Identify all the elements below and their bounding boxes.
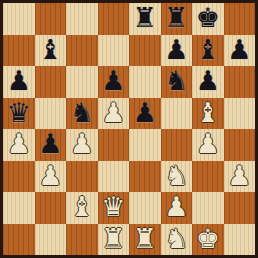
piece-white-bishop-c2[interactable]: ♝: [70, 193, 94, 220]
square-e7[interactable]: [129, 35, 161, 67]
square-c8[interactable]: [66, 3, 98, 35]
piece-white-knight-f3[interactable]: ♞: [164, 162, 188, 189]
square-c4[interactable]: ♟: [66, 129, 98, 161]
square-e5[interactable]: ♟: [129, 98, 161, 130]
square-b3[interactable]: ♟: [35, 161, 67, 193]
piece-black-queen-a5[interactable]: ♛: [7, 99, 31, 126]
square-f5[interactable]: [161, 98, 193, 130]
square-c2[interactable]: ♝: [66, 192, 98, 224]
piece-white-knight-f1[interactable]: ♞: [164, 225, 188, 252]
piece-black-pawn-b4[interactable]: ♟: [38, 130, 62, 157]
square-h4[interactable]: [224, 129, 256, 161]
chess-board: ♜♜♚♝♟♝♟♟♟♞♟♛♞♟♟♝♟♟♟♟♟♞♟♝♛♟♜♜♞♚: [0, 0, 258, 258]
square-g2[interactable]: [192, 192, 224, 224]
piece-black-pawn-d6[interactable]: ♟: [101, 67, 125, 94]
square-c6[interactable]: [66, 66, 98, 98]
square-a2[interactable]: [3, 192, 35, 224]
piece-black-knight-c5[interactable]: ♞: [70, 99, 94, 126]
piece-white-rook-d1[interactable]: ♜: [101, 225, 125, 252]
square-d3[interactable]: [98, 161, 130, 193]
square-e4[interactable]: [129, 129, 161, 161]
piece-black-bishop-b7[interactable]: ♝: [38, 36, 62, 63]
square-f4[interactable]: [161, 129, 193, 161]
square-g1[interactable]: ♚: [192, 224, 224, 256]
piece-white-king-g1[interactable]: ♚: [196, 225, 220, 252]
square-h3[interactable]: ♟: [224, 161, 256, 193]
square-b4[interactable]: ♟: [35, 129, 67, 161]
square-e3[interactable]: [129, 161, 161, 193]
piece-white-pawn-b3[interactable]: ♟: [38, 162, 62, 189]
square-e8[interactable]: ♜: [129, 3, 161, 35]
square-g5[interactable]: ♝: [192, 98, 224, 130]
square-f2[interactable]: ♟: [161, 192, 193, 224]
square-b7[interactable]: ♝: [35, 35, 67, 67]
square-f1[interactable]: ♞: [161, 224, 193, 256]
square-h1[interactable]: [224, 224, 256, 256]
piece-white-pawn-f2[interactable]: ♟: [164, 193, 188, 220]
square-a7[interactable]: [3, 35, 35, 67]
piece-white-pawn-d5[interactable]: ♟: [101, 99, 125, 126]
square-g4[interactable]: ♟: [192, 129, 224, 161]
piece-black-pawn-h7[interactable]: ♟: [227, 36, 251, 63]
piece-white-pawn-c4[interactable]: ♟: [70, 130, 94, 157]
piece-white-rook-e1[interactable]: ♜: [133, 225, 157, 252]
square-d2[interactable]: ♛: [98, 192, 130, 224]
square-g8[interactable]: ♚: [192, 3, 224, 35]
piece-black-pawn-a6[interactable]: ♟: [7, 67, 31, 94]
square-d4[interactable]: [98, 129, 130, 161]
square-a4[interactable]: ♟: [3, 129, 35, 161]
square-e6[interactable]: [129, 66, 161, 98]
piece-white-queen-d2[interactable]: ♛: [101, 193, 125, 220]
square-h5[interactable]: [224, 98, 256, 130]
piece-black-pawn-f7[interactable]: ♟: [164, 36, 188, 63]
square-e1[interactable]: ♜: [129, 224, 161, 256]
square-b6[interactable]: [35, 66, 67, 98]
square-f6[interactable]: ♞: [161, 66, 193, 98]
square-c5[interactable]: ♞: [66, 98, 98, 130]
piece-black-king-g8[interactable]: ♚: [196, 4, 220, 31]
square-f8[interactable]: ♜: [161, 3, 193, 35]
square-f3[interactable]: ♞: [161, 161, 193, 193]
square-a1[interactable]: [3, 224, 35, 256]
piece-black-knight-f6[interactable]: ♞: [164, 67, 188, 94]
piece-black-bishop-g7[interactable]: ♝: [196, 36, 220, 63]
square-h2[interactable]: [224, 192, 256, 224]
square-h7[interactable]: ♟: [224, 35, 256, 67]
square-h6[interactable]: [224, 66, 256, 98]
square-a8[interactable]: [3, 3, 35, 35]
square-b5[interactable]: [35, 98, 67, 130]
square-d8[interactable]: [98, 3, 130, 35]
piece-white-pawn-g4[interactable]: ♟: [196, 130, 220, 157]
piece-white-pawn-a4[interactable]: ♟: [7, 130, 31, 157]
square-c7[interactable]: [66, 35, 98, 67]
square-b2[interactable]: [35, 192, 67, 224]
square-b1[interactable]: [35, 224, 67, 256]
square-d1[interactable]: ♜: [98, 224, 130, 256]
piece-black-rook-e8[interactable]: ♜: [133, 4, 157, 31]
square-e2[interactable]: [129, 192, 161, 224]
page: ♜♜♚♝♟♝♟♟♟♞♟♛♞♟♟♝♟♟♟♟♟♞♟♝♛♟♜♜♞♚: [0, 0, 258, 258]
square-a6[interactable]: ♟: [3, 66, 35, 98]
piece-black-rook-f8[interactable]: ♜: [164, 4, 188, 31]
square-g3[interactable]: [192, 161, 224, 193]
square-c1[interactable]: [66, 224, 98, 256]
square-g7[interactable]: ♝: [192, 35, 224, 67]
square-f7[interactable]: ♟: [161, 35, 193, 67]
square-g6[interactable]: ♟: [192, 66, 224, 98]
piece-black-pawn-e5[interactable]: ♟: [133, 99, 157, 126]
square-d5[interactable]: ♟: [98, 98, 130, 130]
square-h8[interactable]: [224, 3, 256, 35]
square-d6[interactable]: ♟: [98, 66, 130, 98]
square-a3[interactable]: [3, 161, 35, 193]
piece-black-pawn-g6[interactable]: ♟: [196, 67, 220, 94]
square-d7[interactable]: [98, 35, 130, 67]
square-c3[interactable]: [66, 161, 98, 193]
piece-white-pawn-h3[interactable]: ♟: [227, 162, 251, 189]
square-a5[interactable]: ♛: [3, 98, 35, 130]
square-b8[interactable]: [35, 3, 67, 35]
piece-white-bishop-g5[interactable]: ♝: [196, 99, 220, 126]
